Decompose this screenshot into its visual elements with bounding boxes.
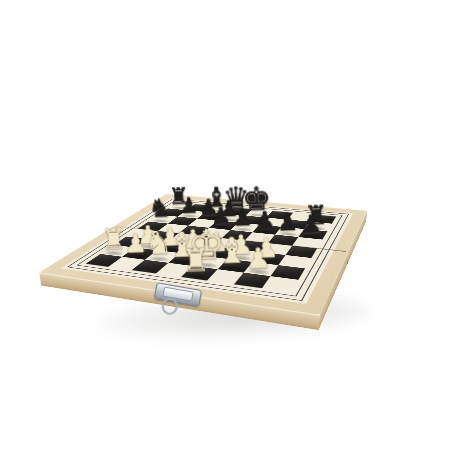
fold-seam-side — [347, 252, 348, 265]
white-pawn-g2: ♟ — [245, 244, 271, 273]
chess-board-3d: ♜♝♛♚♟♟♟♜♞♟♟♟♟♟♜♟♞♝♚♝♟♟♟♟♟♟♟♜ — [39, 194, 367, 315]
black-pawn-e6: ♟ — [232, 206, 254, 230]
product-photo-scene: ♜♝♛♚♟♟♟♜♞♟♟♟♟♟♜♟♞♝♚♝♟♟♟♟♟♟♟♜ — [0, 0, 452, 452]
black-pawn-g6: ♟ — [276, 210, 298, 235]
black-pawn-f6: ♟ — [254, 208, 276, 232]
white-bishop-f2: ♝ — [215, 233, 248, 270]
black-pawn-h6: ♟ — [300, 212, 323, 237]
black-pawn-b7: ♟ — [179, 194, 199, 216]
white-rook-e1: ♜ — [181, 244, 211, 277]
black-knight-a6: ♞ — [148, 195, 172, 221]
